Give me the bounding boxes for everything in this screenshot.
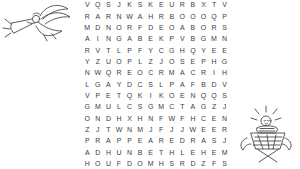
grid-cell[interactable]: J	[219, 135, 230, 146]
grid-cell[interactable]: D	[103, 113, 114, 124]
grid-cell[interactable]: F	[114, 158, 125, 169]
grid-cell[interactable]: A	[188, 101, 199, 112]
grid-cell[interactable]: O	[114, 22, 125, 33]
grid-cell[interactable]: P	[124, 44, 135, 55]
grid-cell[interactable]: E	[209, 147, 220, 158]
letter-grid: VQSJKSKEURBXTVRARNWAHRBOOOQPMDNORFDEOABO…	[82, 0, 230, 169]
grid-cell[interactable]: B	[198, 79, 209, 90]
grid-cell[interactable]: V	[177, 33, 188, 44]
grid-cell[interactable]: A	[177, 79, 188, 90]
grid-cell[interactable]: R	[114, 67, 125, 78]
grid-cell[interactable]: F	[188, 79, 199, 90]
grid-cell[interactable]: R	[103, 10, 114, 21]
grid-cell[interactable]: J	[93, 124, 104, 135]
grid-cell[interactable]: C	[198, 113, 209, 124]
grid-cell[interactable]: O	[188, 10, 199, 21]
grid-cell[interactable]: Q	[93, 0, 104, 10]
grid-cell[interactable]: K	[135, 90, 146, 101]
grid-cell[interactable]: E	[188, 147, 199, 158]
grid-cell[interactable]: A	[135, 10, 146, 21]
grid-cell[interactable]: B	[188, 0, 199, 10]
grid-cell[interactable]: E	[145, 33, 156, 44]
grid-cell[interactable]: O	[167, 22, 178, 33]
grid-cell[interactable]: S	[219, 158, 230, 169]
grid-cell[interactable]: T	[156, 147, 167, 158]
grid-cell[interactable]: R	[156, 67, 167, 78]
baby-eyes	[264, 121, 270, 122]
grid-cell[interactable]: T	[103, 124, 114, 135]
flourish-swirl	[241, 138, 251, 150]
grid-cell[interactable]: E	[156, 22, 167, 33]
grid-cell[interactable]: N	[103, 22, 114, 33]
grid-cell[interactable]: L	[82, 79, 93, 90]
trumpet-ray	[5, 33, 11, 37]
grid-cell[interactable]: V	[219, 0, 230, 10]
grid-cell[interactable]: E	[188, 56, 199, 67]
grid-cell[interactable]: C	[124, 101, 135, 112]
grid-cell[interactable]: A	[82, 33, 93, 44]
grid-cell[interactable]: E	[209, 113, 220, 124]
grid-cell[interactable]: B	[188, 22, 199, 33]
grid-cell[interactable]: P	[167, 33, 178, 44]
grid-cell[interactable]: N	[103, 33, 114, 44]
grid-cell[interactable]: I	[145, 90, 156, 101]
grid-cell[interactable]: G	[198, 33, 209, 44]
grid-cell[interactable]: O	[135, 158, 146, 169]
grid-cell[interactable]: R	[124, 22, 135, 33]
grid-cell[interactable]: R	[82, 44, 93, 55]
grid-cell[interactable]: F	[156, 113, 167, 124]
grid-cell[interactable]: W	[167, 113, 178, 124]
grid-cell[interactable]: J	[219, 101, 230, 112]
grid-cell[interactable]: Y	[198, 44, 209, 55]
grid-cell[interactable]: R	[219, 124, 230, 135]
trumpet-ray	[5, 19, 11, 24]
grid-cell[interactable]: I	[93, 33, 104, 44]
grid-cell[interactable]: F	[135, 22, 146, 33]
grid-cell[interactable]: B	[135, 33, 146, 44]
grid-cell[interactable]: Q	[209, 90, 220, 101]
grid-cell[interactable]: Y	[82, 56, 93, 67]
grid-cell[interactable]: L	[177, 147, 188, 158]
grid-cell[interactable]: S	[219, 90, 230, 101]
grid-cell[interactable]: R	[188, 135, 199, 146]
grid-cell[interactable]: P	[198, 56, 209, 67]
grid-cell[interactable]: R	[177, 158, 188, 169]
grid-cell[interactable]: J	[177, 124, 188, 135]
grid-cell[interactable]: N	[114, 10, 125, 21]
grid-cell[interactable]: V	[82, 0, 93, 10]
grid-cell[interactable]: N	[219, 33, 230, 44]
grid-cell[interactable]: W	[93, 67, 104, 78]
grid-cell[interactable]: P	[114, 135, 125, 146]
grid-cell[interactable]: V	[93, 44, 104, 55]
grid-cell[interactable]: M	[145, 158, 156, 169]
grid-cell[interactable]: R	[82, 10, 93, 21]
grid-cell[interactable]: A	[177, 22, 188, 33]
grid-cell[interactable]: F	[209, 158, 220, 169]
grid-cell[interactable]: W	[124, 10, 135, 21]
grid-cell[interactable]: H	[188, 113, 199, 124]
angel-halo	[33, 13, 40, 15]
grid-cell[interactable]: Q	[124, 90, 135, 101]
grid-cell[interactable]: G	[198, 101, 209, 112]
grid-cell[interactable]: I	[209, 67, 220, 78]
grid-cell[interactable]: H	[114, 113, 125, 124]
grid-cell[interactable]: D	[188, 158, 199, 169]
grid-cell[interactable]: X	[198, 0, 209, 10]
grid-cell[interactable]: U	[103, 101, 114, 112]
grid-cell[interactable]: H	[145, 10, 156, 21]
grid-cell[interactable]: G	[145, 101, 156, 112]
grid-cell[interactable]: N	[145, 113, 156, 124]
grid-cell[interactable]: D	[209, 79, 220, 90]
grid-cell[interactable]: E	[177, 90, 188, 101]
grid-cell[interactable]: H	[135, 113, 146, 124]
word-search-page: VQSJKSKEURBXTVRARNWAHRBOOOQPMDNORFDEOABO…	[0, 0, 300, 169]
grid-cell[interactable]: D	[93, 22, 104, 33]
grid-cell[interactable]: Z	[82, 124, 93, 135]
grid-cell[interactable]: C	[156, 44, 167, 55]
grid-cell[interactable]: E	[209, 124, 220, 135]
grid-cell[interactable]: T	[177, 101, 188, 112]
grid-cell[interactable]: O	[135, 67, 146, 78]
grid-cell[interactable]: Z	[145, 56, 156, 67]
grid-cell[interactable]: H	[177, 44, 188, 55]
trumpet	[11, 19, 32, 33]
grid-cell[interactable]: R	[156, 135, 167, 146]
grid-cell[interactable]: Q	[103, 67, 114, 78]
swaddle-wrap-lines	[259, 129, 275, 132]
grid-cell[interactable]: B	[188, 33, 199, 44]
grid-cell[interactable]: A	[82, 147, 93, 158]
grid-cell[interactable]: O	[198, 22, 209, 33]
grid-cell[interactable]: A	[145, 135, 156, 146]
grid-cell[interactable]: G	[114, 33, 125, 44]
grid-cell[interactable]: X	[124, 113, 135, 124]
grid-cell[interactable]: R	[209, 22, 220, 33]
halo-rays	[251, 106, 281, 120]
grid-cell[interactable]: E	[219, 44, 230, 55]
grid-cell[interactable]: M	[209, 33, 220, 44]
grid-cell[interactable]: N	[124, 147, 135, 158]
grid-cell[interactable]: T	[103, 44, 114, 55]
grid-cell[interactable]: V	[219, 79, 230, 90]
grid-cell[interactable]: Y	[114, 79, 125, 90]
grid-cell[interactable]: S	[167, 158, 178, 169]
grid-cell[interactable]: E	[167, 135, 178, 146]
grid-cell[interactable]: O	[114, 56, 125, 67]
grid-cell[interactable]: Q	[209, 10, 220, 21]
grid-cell[interactable]: H	[103, 147, 114, 158]
grid-cell[interactable]: M	[82, 22, 93, 33]
grid-cell[interactable]: C	[188, 67, 199, 78]
grid-cell[interactable]: H	[198, 147, 209, 158]
grid-cell[interactable]: G	[93, 79, 104, 90]
grid-cell[interactable]: O	[198, 10, 209, 21]
grid-cell[interactable]: L	[114, 44, 125, 55]
nativity-manger-illustration	[233, 104, 299, 166]
grid-cell[interactable]: D	[145, 22, 156, 33]
grid-cell[interactable]: J	[167, 124, 178, 135]
grid-cell[interactable]: S	[135, 0, 146, 10]
grid-cell[interactable]: Z	[93, 56, 104, 67]
grid-cell[interactable]: E	[103, 90, 114, 101]
grid-cell[interactable]: B	[167, 10, 178, 21]
grid-cell[interactable]: A	[198, 135, 209, 146]
grid-cell[interactable]: C	[135, 79, 146, 90]
grid-cell[interactable]: Q	[198, 90, 209, 101]
grid-cell[interactable]: E	[124, 67, 135, 78]
grid-cell[interactable]: F	[135, 44, 146, 55]
grid-cell[interactable]: E	[198, 124, 209, 135]
grid-cell[interactable]: E	[145, 147, 156, 158]
grid-cell[interactable]: W	[114, 124, 125, 135]
swaddle	[257, 126, 278, 133]
grid-cell[interactable]: E	[135, 135, 146, 146]
grid-cell[interactable]: K	[156, 90, 167, 101]
grid-cell[interactable]: P	[82, 135, 93, 146]
grid-cell[interactable]: L	[156, 79, 167, 90]
grid-cell[interactable]: N	[219, 113, 230, 124]
grid-cell[interactable]: A	[103, 79, 114, 90]
grid-cell[interactable]: E	[209, 44, 220, 55]
grid-cell[interactable]: G	[219, 56, 230, 67]
grid-cell[interactable]: F	[156, 124, 167, 135]
grid-cell[interactable]: S	[177, 56, 188, 67]
grid-cell[interactable]: D	[177, 135, 188, 146]
angel-robe	[36, 22, 62, 36]
grid-cell[interactable]: N	[82, 67, 93, 78]
grid-cell[interactable]: F	[177, 113, 188, 124]
grid-cell[interactable]: O	[167, 56, 178, 67]
grid-cell[interactable]: N	[188, 90, 199, 101]
grid-cell[interactable]: R	[198, 67, 209, 78]
grid-cell[interactable]: H	[209, 56, 220, 67]
grid-cell[interactable]: A	[124, 33, 135, 44]
grid-cell[interactable]: R	[93, 135, 104, 146]
trumpet-ray	[3, 28, 10, 29]
grid-cell[interactable]: G	[82, 101, 93, 112]
grid-cell[interactable]: H	[82, 158, 93, 169]
grid-cell[interactable]: K	[156, 33, 167, 44]
grid-cell[interactable]: T	[209, 0, 220, 10]
grid-cell[interactable]: U	[114, 147, 125, 158]
grid-cell[interactable]: G	[167, 44, 178, 55]
grid-cell[interactable]: H	[167, 147, 178, 158]
grid-cell[interactable]: S	[103, 0, 114, 10]
grid-cell[interactable]: P	[124, 56, 135, 67]
grid-cell[interactable]: O	[93, 158, 104, 169]
grid-cell[interactable]: E	[156, 0, 167, 10]
grid-cell[interactable]: S	[219, 22, 230, 33]
grid-cell[interactable]: A	[93, 10, 104, 21]
grid-cell[interactable]: D	[124, 158, 135, 169]
grid-cell[interactable]: A	[103, 135, 114, 146]
grid-cell[interactable]: K	[145, 0, 156, 10]
grid-cell[interactable]: M	[156, 101, 167, 112]
grid-cell[interactable]: D	[93, 147, 104, 158]
grid-cell[interactable]: J	[145, 124, 156, 135]
grid-cell[interactable]: C	[167, 101, 178, 112]
baby-smile	[265, 124, 267, 125]
grid-cell[interactable]: B	[135, 147, 146, 158]
grid-cell[interactable]: J	[156, 56, 167, 67]
grid-cell[interactable]: R	[177, 0, 188, 10]
grid-cell[interactable]: U	[103, 158, 114, 169]
grid-cell[interactable]: N	[124, 124, 135, 135]
grid-cell[interactable]: L	[135, 56, 146, 67]
grid-cell[interactable]: Z	[209, 101, 220, 112]
grid-cell[interactable]: P	[219, 10, 230, 21]
grid-cell[interactable]: P	[124, 135, 135, 146]
flourish-swirl	[282, 138, 291, 150]
angel-trumpet-illustration	[2, 1, 74, 51]
grid-cell[interactable]: S	[145, 79, 156, 90]
grid-cell[interactable]: W	[188, 124, 199, 135]
grid-cell[interactable]: S	[209, 135, 220, 146]
grid-cell[interactable]: P	[93, 90, 104, 101]
grid-cell[interactable]: M	[167, 67, 178, 78]
grid-cell[interactable]: Y	[145, 44, 156, 55]
grid-cell[interactable]: L	[114, 101, 125, 112]
grid-cell[interactable]: U	[103, 56, 114, 67]
grid-cell[interactable]: O	[167, 90, 178, 101]
grid-cell[interactable]: M	[219, 147, 230, 158]
grid-cell[interactable]: V	[82, 90, 93, 101]
grid-cell[interactable]: Z	[198, 158, 209, 169]
manger-legs	[257, 149, 279, 162]
grid-cell[interactable]: Q	[188, 44, 199, 55]
grid-cell[interactable]: C	[145, 67, 156, 78]
grid-cell[interactable]: H	[156, 158, 167, 169]
grid-cell[interactable]: J	[114, 0, 125, 10]
grid-cell[interactable]: T	[114, 90, 125, 101]
grid-cell[interactable]: K	[124, 0, 135, 10]
grid-cell[interactable]: S	[135, 101, 146, 112]
angel-wing	[41, 13, 70, 24]
grid-cell[interactable]: H	[219, 67, 230, 78]
grid-cell[interactable]: M	[93, 101, 104, 112]
angel-head	[32, 15, 39, 22]
grid-cell[interactable]: N	[93, 113, 104, 124]
grid-cell[interactable]: D	[124, 79, 135, 90]
grid-cell[interactable]: U	[167, 0, 178, 10]
grid-cell[interactable]: M	[135, 124, 146, 135]
grid-cell[interactable]: P	[167, 79, 178, 90]
grid-cell[interactable]: O	[177, 10, 188, 21]
grid-cell[interactable]: A	[177, 67, 188, 78]
grid-cell[interactable]: R	[156, 10, 167, 21]
grid-cell[interactable]: O	[82, 113, 93, 124]
